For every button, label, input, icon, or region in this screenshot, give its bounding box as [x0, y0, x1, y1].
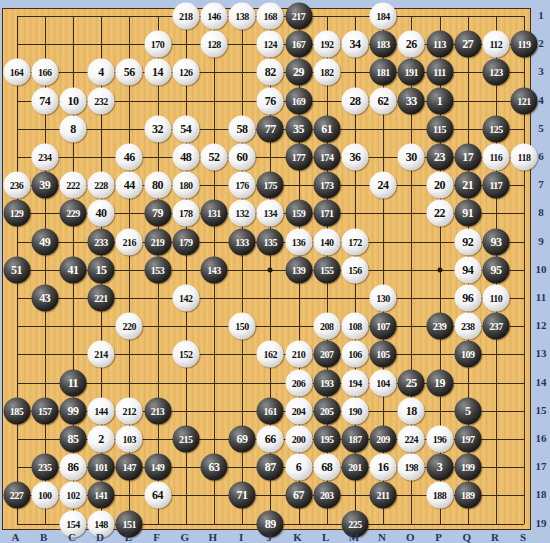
white-stone-132: 132 [229, 200, 256, 227]
black-stone-227: 227 [3, 482, 30, 509]
black-stone-203: 203 [313, 482, 340, 509]
black-stone-71: 71 [229, 482, 256, 509]
white-stone-48: 48 [172, 144, 199, 171]
black-stone-147: 147 [116, 454, 143, 481]
black-stone-109: 109 [454, 341, 481, 368]
row-label-1: 1 [538, 9, 544, 21]
row-label-8: 8 [538, 206, 544, 218]
white-stone-204: 204 [285, 397, 312, 424]
white-stone-108: 108 [341, 313, 368, 340]
column-label-B: B [40, 531, 47, 543]
white-stone-228: 228 [88, 172, 115, 199]
white-stone-26: 26 [398, 31, 425, 58]
white-stone-178: 178 [172, 200, 199, 227]
black-stone-129: 129 [3, 200, 30, 227]
column-label-F: F [153, 531, 160, 543]
black-stone-189: 189 [454, 482, 481, 509]
row-label-6: 6 [538, 150, 544, 162]
white-stone-96: 96 [454, 285, 481, 312]
row-label-4: 4 [538, 94, 544, 106]
black-stone-107: 107 [370, 313, 397, 340]
black-stone-195: 195 [313, 426, 340, 453]
black-stone-167: 167 [285, 31, 312, 58]
row-label-11: 11 [536, 291, 546, 303]
white-stone-162: 162 [257, 341, 284, 368]
column-label-O: O [406, 531, 415, 543]
white-stone-236: 236 [3, 172, 30, 199]
white-stone-124: 124 [257, 31, 284, 58]
column-label-C: C [68, 531, 76, 543]
column-label-L: L [322, 531, 329, 543]
black-stone-35: 35 [285, 115, 312, 142]
white-stone-80: 80 [144, 172, 171, 199]
black-stone-27: 27 [454, 31, 481, 58]
white-stone-134: 134 [257, 200, 284, 227]
white-stone-138: 138 [229, 3, 256, 30]
black-stone-171: 171 [313, 200, 340, 227]
white-stone-68: 68 [313, 454, 340, 481]
white-stone-74: 74 [31, 87, 58, 114]
black-stone-217: 217 [285, 3, 312, 30]
black-stone-21: 21 [454, 172, 481, 199]
row-label-14: 14 [536, 376, 547, 388]
black-stone-113: 113 [426, 31, 453, 58]
white-stone-58: 58 [229, 115, 256, 142]
white-stone-28: 28 [341, 87, 368, 114]
black-stone-161: 161 [257, 397, 284, 424]
white-stone-182: 182 [313, 59, 340, 86]
black-stone-185: 185 [3, 397, 30, 424]
column-label-I: I [239, 531, 243, 543]
row-label-15: 15 [536, 404, 547, 416]
white-stone-152: 152 [172, 341, 199, 368]
white-stone-10: 10 [59, 87, 86, 114]
white-stone-126: 126 [172, 59, 199, 86]
white-stone-184: 184 [370, 3, 397, 30]
black-stone-233: 233 [88, 228, 115, 255]
black-stone-119: 119 [511, 31, 538, 58]
white-stone-52: 52 [200, 144, 227, 171]
white-stone-142: 142 [172, 285, 199, 312]
white-stone-214: 214 [88, 341, 115, 368]
black-stone-141: 141 [88, 482, 115, 509]
column-label-N: N [378, 531, 386, 543]
white-stone-30: 30 [398, 144, 425, 171]
black-stone-183: 183 [370, 31, 397, 58]
white-stone-130: 130 [370, 285, 397, 312]
black-stone-179: 179 [172, 228, 199, 255]
black-stone-197: 197 [454, 426, 481, 453]
black-stone-87: 87 [257, 454, 284, 481]
white-stone-218: 218 [172, 3, 199, 30]
black-stone-211: 211 [370, 482, 397, 509]
black-stone-175: 175 [257, 172, 284, 199]
white-stone-232: 232 [88, 87, 115, 114]
black-stone-105: 105 [370, 341, 397, 368]
black-stone-117: 117 [482, 172, 509, 199]
white-stone-6: 6 [285, 454, 312, 481]
black-stone-237: 237 [482, 313, 509, 340]
row-label-7: 7 [538, 178, 544, 190]
white-stone-44: 44 [116, 172, 143, 199]
white-stone-166: 166 [31, 59, 58, 86]
black-stone-11: 11 [59, 369, 86, 396]
black-stone-51: 51 [3, 256, 30, 283]
white-stone-208: 208 [313, 313, 340, 340]
black-stone-173: 173 [313, 172, 340, 199]
black-stone-85: 85 [59, 426, 86, 453]
column-label-G: G [180, 531, 189, 543]
black-stone-153: 153 [144, 256, 171, 283]
black-stone-23: 23 [426, 144, 453, 171]
white-stone-16: 16 [370, 454, 397, 481]
black-stone-143: 143 [200, 256, 227, 283]
black-stone-193: 193 [313, 369, 340, 396]
white-stone-20: 20 [426, 172, 453, 199]
black-stone-19: 19 [426, 369, 453, 396]
black-stone-213: 213 [144, 397, 171, 424]
row-label-9: 9 [538, 235, 544, 247]
black-stone-15: 15 [88, 256, 115, 283]
white-stone-14: 14 [144, 59, 171, 86]
white-stone-140: 140 [313, 228, 340, 255]
white-stone-46: 46 [116, 144, 143, 171]
black-stone-191: 191 [398, 59, 425, 86]
go-board[interactable]: 2181461381682171841701281241671923418326… [2, 8, 531, 530]
black-stone-187: 187 [341, 426, 368, 453]
column-label-K: K [293, 531, 302, 543]
white-stone-110: 110 [482, 285, 509, 312]
white-stone-106: 106 [341, 341, 368, 368]
row-label-13: 13 [536, 347, 547, 359]
white-stone-216: 216 [116, 228, 143, 255]
white-stone-54: 54 [172, 115, 199, 142]
white-stone-164: 164 [3, 59, 30, 86]
white-stone-224: 224 [398, 426, 425, 453]
black-stone-201: 201 [341, 454, 368, 481]
black-stone-205: 205 [313, 397, 340, 424]
column-label-P: P [435, 531, 442, 543]
white-stone-2: 2 [88, 426, 115, 453]
black-stone-207: 207 [313, 341, 340, 368]
black-stone-181: 181 [370, 59, 397, 86]
black-stone-39: 39 [31, 172, 58, 199]
column-label-A: A [12, 531, 20, 543]
black-stone-111: 111 [426, 59, 453, 86]
row-label-17: 17 [536, 460, 547, 472]
black-stone-239: 239 [426, 313, 453, 340]
white-stone-76: 76 [257, 87, 284, 114]
white-stone-238: 238 [454, 313, 481, 340]
black-stone-133: 133 [229, 228, 256, 255]
white-stone-34: 34 [341, 31, 368, 58]
white-stone-40: 40 [88, 200, 115, 227]
black-stone-139: 139 [285, 256, 312, 283]
row-label-18: 18 [536, 488, 547, 500]
black-stone-157: 157 [31, 397, 58, 424]
black-stone-93: 93 [482, 228, 509, 255]
white-stone-64: 64 [144, 482, 171, 509]
black-stone-219: 219 [144, 228, 171, 255]
white-stone-196: 196 [426, 426, 453, 453]
white-stone-150: 150 [229, 313, 256, 340]
black-stone-159: 159 [285, 200, 312, 227]
black-stone-121: 121 [511, 87, 538, 114]
white-stone-212: 212 [116, 397, 143, 424]
black-stone-149: 149 [144, 454, 171, 481]
white-stone-100: 100 [31, 482, 58, 509]
white-stone-86: 86 [59, 454, 86, 481]
column-label-J: J [267, 531, 273, 543]
black-stone-123: 123 [482, 59, 509, 86]
black-stone-131: 131 [200, 200, 227, 227]
white-stone-8: 8 [59, 115, 86, 142]
black-stone-1: 1 [426, 87, 453, 114]
white-stone-56: 56 [116, 59, 143, 86]
row-label-16: 16 [536, 432, 547, 444]
white-stone-66: 66 [257, 426, 284, 453]
black-stone-177: 177 [285, 144, 312, 171]
white-stone-118: 118 [511, 144, 538, 171]
white-stone-62: 62 [370, 87, 397, 114]
white-stone-60: 60 [229, 144, 256, 171]
black-stone-63: 63 [200, 454, 227, 481]
white-stone-188: 188 [426, 482, 453, 509]
black-stone-101: 101 [88, 454, 115, 481]
white-stone-32: 32 [144, 115, 171, 142]
white-stone-222: 222 [59, 172, 86, 199]
white-stone-22: 22 [426, 200, 453, 227]
column-label-D: D [96, 531, 104, 543]
black-stone-77: 77 [257, 115, 284, 142]
white-stone-156: 156 [341, 256, 368, 283]
black-stone-61: 61 [313, 115, 340, 142]
black-stone-95: 95 [482, 256, 509, 283]
column-label-M: M [349, 531, 359, 543]
white-stone-198: 198 [398, 454, 425, 481]
black-stone-3: 3 [426, 454, 453, 481]
white-stone-168: 168 [257, 3, 284, 30]
white-stone-206: 206 [285, 369, 312, 396]
star-point [437, 267, 442, 272]
black-stone-229: 229 [59, 200, 86, 227]
white-stone-128: 128 [200, 31, 227, 58]
white-stone-172: 172 [341, 228, 368, 255]
white-stone-112: 112 [482, 31, 509, 58]
white-stone-18: 18 [398, 397, 425, 424]
column-label-R: R [491, 531, 499, 543]
black-stone-43: 43 [31, 285, 58, 312]
white-stone-103: 103 [116, 426, 143, 453]
white-stone-136: 136 [285, 228, 312, 255]
column-label-E: E [125, 531, 132, 543]
column-label-Q: Q [462, 531, 471, 543]
white-stone-176: 176 [229, 172, 256, 199]
black-stone-67: 67 [285, 482, 312, 509]
row-label-3: 3 [538, 65, 544, 77]
black-stone-99: 99 [59, 397, 86, 424]
black-stone-221: 221 [88, 285, 115, 312]
white-stone-104: 104 [370, 369, 397, 396]
white-stone-94: 94 [454, 256, 481, 283]
black-stone-49: 49 [31, 228, 58, 255]
white-stone-220: 220 [116, 313, 143, 340]
black-stone-25: 25 [398, 369, 425, 396]
black-stone-169: 169 [285, 87, 312, 114]
white-stone-170: 170 [144, 31, 171, 58]
black-stone-69: 69 [229, 426, 256, 453]
white-stone-234: 234 [31, 144, 58, 171]
black-stone-115: 115 [426, 115, 453, 142]
white-stone-180: 180 [172, 172, 199, 199]
white-stone-82: 82 [257, 59, 284, 86]
white-stone-190: 190 [341, 397, 368, 424]
go-diagram-window: 2181461381682171841701281241671923418326… [0, 0, 550, 543]
black-stone-155: 155 [313, 256, 340, 283]
black-stone-199: 199 [454, 454, 481, 481]
row-label-2: 2 [538, 37, 544, 49]
white-stone-144: 144 [88, 397, 115, 424]
row-label-19: 19 [536, 517, 547, 529]
white-stone-92: 92 [454, 228, 481, 255]
black-stone-79: 79 [144, 200, 171, 227]
white-stone-194: 194 [341, 369, 368, 396]
black-stone-41: 41 [59, 256, 86, 283]
row-label-10: 10 [536, 263, 547, 275]
white-stone-4: 4 [88, 59, 115, 86]
white-stone-36: 36 [341, 144, 368, 171]
black-stone-33: 33 [398, 87, 425, 114]
column-label-S: S [520, 531, 526, 543]
row-label-5: 5 [538, 122, 544, 134]
white-stone-192: 192 [313, 31, 340, 58]
white-stone-24: 24 [370, 172, 397, 199]
black-stone-91: 91 [454, 200, 481, 227]
white-stone-102: 102 [59, 482, 86, 509]
black-stone-209: 209 [370, 426, 397, 453]
black-stone-5: 5 [454, 397, 481, 424]
black-stone-125: 125 [482, 115, 509, 142]
white-stone-210: 210 [285, 341, 312, 368]
white-stone-116: 116 [482, 144, 509, 171]
white-stone-146: 146 [200, 3, 227, 30]
black-stone-17: 17 [454, 144, 481, 171]
star-point [268, 267, 273, 272]
column-label-H: H [209, 531, 218, 543]
row-label-12: 12 [536, 319, 547, 331]
white-stone-200: 200 [285, 426, 312, 453]
black-stone-235: 235 [31, 454, 58, 481]
black-stone-174: 174 [313, 144, 340, 171]
black-stone-215: 215 [172, 426, 199, 453]
black-stone-135: 135 [257, 228, 284, 255]
black-stone-29: 29 [285, 59, 312, 86]
